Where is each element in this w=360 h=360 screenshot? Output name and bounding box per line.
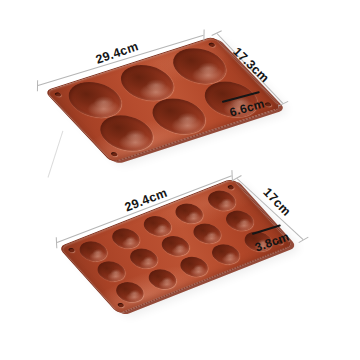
product-photo: 29.4cm 17.3cm 6.6cm 29.4cm 17cm 3.8cm: [0, 0, 360, 360]
background-crease-line: [48, 131, 64, 178]
